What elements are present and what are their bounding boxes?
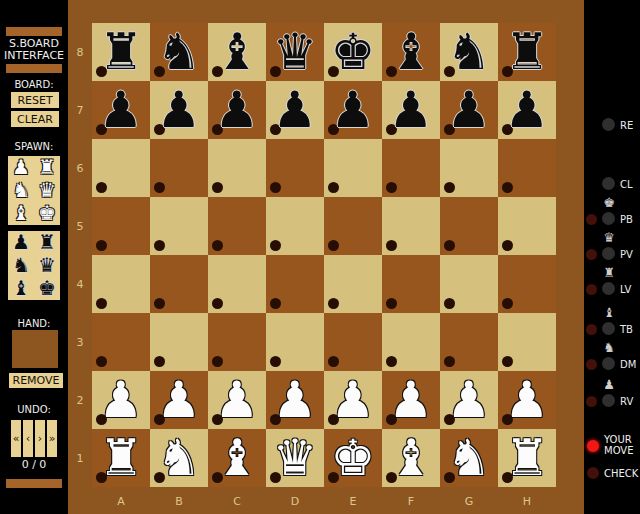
- undo-back-button[interactable]: ‹: [23, 420, 33, 457]
- square-dot: [502, 298, 513, 309]
- black-rook-icon: ♜: [38, 231, 56, 254]
- rank-label-3: 3: [68, 313, 92, 371]
- square-dot: [386, 356, 397, 367]
- your-move-label-line: YOUR: [604, 434, 633, 445]
- white-pawn[interactable]: ♟: [440, 371, 498, 429]
- spawn-black-knight[interactable]: ♞: [8, 254, 34, 277]
- spawn-black-pawn[interactable]: ♟: [8, 231, 34, 254]
- lv-button[interactable]: [602, 282, 615, 295]
- pb-button[interactable]: [602, 212, 615, 225]
- pv-label: PV: [620, 249, 633, 260]
- square-d2[interactable]: ♟: [266, 371, 324, 429]
- square-a6[interactable]: [92, 139, 150, 197]
- square-dot: [386, 298, 397, 309]
- spawn-white-bishop[interactable]: ♝: [8, 202, 34, 225]
- square-a2[interactable]: ♟: [92, 371, 150, 429]
- square-b7[interactable]: ♟: [150, 81, 208, 139]
- square-e8[interactable]: ♚: [324, 23, 382, 81]
- square-dot: [328, 182, 339, 193]
- square-d7[interactable]: ♟: [266, 81, 324, 139]
- square-b3[interactable]: [150, 313, 208, 371]
- rank-label-1: 1: [68, 429, 92, 487]
- re-label: RE: [620, 120, 633, 131]
- black-queen[interactable]: ♛: [266, 23, 324, 81]
- square-dot: [270, 182, 281, 193]
- your-move-led: [587, 440, 599, 452]
- square-dot: [444, 356, 455, 367]
- spawn-white-queen[interactable]: ♛: [34, 179, 60, 202]
- black-bishop[interactable]: ♝: [208, 23, 266, 81]
- square-d4[interactable]: [266, 255, 324, 313]
- white-king[interactable]: ♚: [324, 429, 382, 487]
- white-pawn[interactable]: ♟: [92, 371, 150, 429]
- black-bishop[interactable]: ♝: [382, 23, 440, 81]
- square-e6[interactable]: [324, 139, 382, 197]
- lv-led: [586, 284, 597, 295]
- square-dot: [270, 356, 281, 367]
- square-g6[interactable]: [440, 139, 498, 197]
- square-dot: [212, 298, 223, 309]
- pb-label: PB: [620, 214, 633, 225]
- black-pawn[interactable]: ♟: [324, 81, 382, 139]
- accent-bar-middle: [6, 64, 62, 73]
- square-d5[interactable]: [266, 197, 324, 255]
- app-title-line2: INTERFACE: [0, 49, 68, 62]
- pv-led: [586, 249, 597, 260]
- square-dot: [154, 240, 165, 251]
- spawn-white-rook[interactable]: ♜: [34, 156, 60, 179]
- square-dot: [444, 298, 455, 309]
- square-dot: [386, 182, 397, 193]
- black-pawn[interactable]: ♟: [92, 81, 150, 139]
- accent-bar-bottom: [6, 479, 62, 488]
- white-queen-icon: ♛: [38, 179, 56, 202]
- square-c6[interactable]: [208, 139, 266, 197]
- spawn-palette-white: ♟♜♞♛♝♚: [8, 156, 60, 225]
- black-pawn-icon: ♟: [12, 231, 30, 254]
- square-b8[interactable]: ♞: [150, 23, 208, 81]
- black-king[interactable]: ♚: [324, 23, 382, 81]
- square-h6[interactable]: [498, 139, 556, 197]
- rank-label-6: 6: [68, 139, 92, 197]
- undo-counter: 0 / 0: [0, 458, 68, 471]
- spawn-section-label: SPAWN:: [0, 141, 68, 152]
- square-d8[interactable]: ♛: [266, 23, 324, 81]
- square-dot: [328, 240, 339, 251]
- square-f2[interactable]: ♟: [382, 371, 440, 429]
- square-c3[interactable]: [208, 313, 266, 371]
- square-dot: [154, 182, 165, 193]
- reset-button[interactable]: RESET: [11, 92, 59, 108]
- square-dot: [96, 240, 107, 251]
- square-f8[interactable]: ♝: [382, 23, 440, 81]
- rank-label-7: 7: [68, 81, 92, 139]
- white-pawn[interactable]: ♟: [498, 371, 556, 429]
- square-a8[interactable]: ♜: [92, 23, 150, 81]
- spawn-black-queen[interactable]: ♛: [34, 254, 60, 277]
- pb-led: [586, 214, 597, 225]
- square-dot: [386, 240, 397, 251]
- white-queen[interactable]: ♛: [266, 429, 324, 487]
- black-bishop-icon: ♝: [12, 277, 30, 300]
- rank-label-4: 4: [68, 255, 92, 313]
- undo-last-button[interactable]: »: [47, 420, 57, 457]
- file-label-h: H: [498, 488, 556, 514]
- square-d6[interactable]: [266, 139, 324, 197]
- square-h8[interactable]: ♜: [498, 23, 556, 81]
- square-a4[interactable]: [92, 255, 150, 313]
- clear-button[interactable]: CLEAR: [11, 111, 59, 127]
- white-pawn[interactable]: ♟: [324, 371, 382, 429]
- hand-slot[interactable]: [12, 330, 58, 368]
- rank-label-2: 2: [68, 371, 92, 429]
- square-h7[interactable]: ♟: [498, 81, 556, 139]
- your-move-label-line: MOVE: [604, 445, 633, 456]
- square-c1[interactable]: ♝: [208, 429, 266, 487]
- square-e2[interactable]: ♟: [324, 371, 382, 429]
- square-b6[interactable]: [150, 139, 208, 197]
- undo-section-label: UNDO:: [0, 404, 68, 415]
- spawn-black-bishop[interactable]: ♝: [8, 277, 34, 300]
- board: ♜♞♝♛♚♝♞♜♟♟♟♟♟♟♟♟♟♟♟♟♟♟♟♟♜♞♝♛♚♝♞♜: [92, 23, 556, 487]
- square-h3[interactable]: [498, 313, 556, 371]
- rank-label-5: 5: [68, 197, 92, 255]
- pawn-icon: ♟: [600, 378, 618, 391]
- square-h4[interactable]: [498, 255, 556, 313]
- pv-button[interactable]: [602, 247, 615, 260]
- file-label-e: E: [324, 488, 382, 514]
- spawn-palette-black: ♟♜♞♛♝♚: [8, 231, 60, 300]
- square-dot: [154, 298, 165, 309]
- square-g5[interactable]: [440, 197, 498, 255]
- hand-section-label: HAND:: [0, 318, 68, 329]
- square-c2[interactable]: ♟: [208, 371, 266, 429]
- square-f6[interactable]: [382, 139, 440, 197]
- dm-button[interactable]: [602, 357, 615, 370]
- square-f7[interactable]: ♟: [382, 81, 440, 139]
- square-g8[interactable]: ♞: [440, 23, 498, 81]
- knight-icon: ♞: [600, 341, 618, 354]
- square-dot: [96, 182, 107, 193]
- tb-led: [586, 324, 597, 335]
- square-f4[interactable]: [382, 255, 440, 313]
- square-e4[interactable]: [324, 255, 382, 313]
- square-a7[interactable]: ♟: [92, 81, 150, 139]
- white-pawn[interactable]: ♟: [150, 371, 208, 429]
- square-dot: [502, 240, 513, 251]
- square-c8[interactable]: ♝: [208, 23, 266, 81]
- undo-forward-button[interactable]: ›: [35, 420, 45, 457]
- black-king-icon: ♚: [38, 277, 56, 300]
- file-label-a: A: [92, 488, 150, 514]
- spawn-black-rook[interactable]: ♜: [34, 231, 60, 254]
- white-knight[interactable]: ♞: [440, 429, 498, 487]
- square-dot: [96, 298, 107, 309]
- rank-label-8: 8: [68, 23, 92, 81]
- white-bishop[interactable]: ♝: [208, 429, 266, 487]
- square-dot: [328, 298, 339, 309]
- white-bishop-icon: ♝: [12, 202, 30, 225]
- square-h2[interactable]: ♟: [498, 371, 556, 429]
- square-g2[interactable]: ♟: [440, 371, 498, 429]
- white-knight[interactable]: ♞: [150, 429, 208, 487]
- white-king-icon: ♚: [38, 202, 56, 225]
- square-c5[interactable]: [208, 197, 266, 255]
- king-icon: ♚: [600, 196, 618, 209]
- white-rook-icon: ♜: [38, 156, 56, 179]
- square-e5[interactable]: [324, 197, 382, 255]
- black-queen-icon: ♛: [38, 254, 56, 277]
- black-rook[interactable]: ♜: [498, 23, 556, 81]
- remove-button[interactable]: REMOVE: [9, 373, 63, 388]
- square-a5[interactable]: [92, 197, 150, 255]
- spawn-white-king[interactable]: ♚: [34, 202, 60, 225]
- square-f1[interactable]: ♝: [382, 429, 440, 487]
- file-label-d: D: [266, 488, 324, 514]
- file-label-c: C: [208, 488, 266, 514]
- square-h1[interactable]: ♜: [498, 429, 556, 487]
- square-e3[interactable]: [324, 313, 382, 371]
- black-pawn[interactable]: ♟: [266, 81, 324, 139]
- white-pawn[interactable]: ♟: [208, 371, 266, 429]
- bishop-icon: ♝: [600, 306, 618, 319]
- square-b2[interactable]: ♟: [150, 371, 208, 429]
- black-knight-icon: ♞: [12, 254, 30, 277]
- rv-led: [586, 396, 597, 407]
- white-bishop[interactable]: ♝: [382, 429, 440, 487]
- square-dot: [212, 356, 223, 367]
- square-a1[interactable]: ♜: [92, 429, 150, 487]
- black-knight[interactable]: ♞: [440, 23, 498, 81]
- tb-label: TB: [620, 324, 633, 335]
- square-c7[interactable]: ♟: [208, 81, 266, 139]
- square-dot: [502, 182, 513, 193]
- square-dot: [96, 356, 107, 367]
- spawn-white-knight[interactable]: ♞: [8, 179, 34, 202]
- rook-icon: ♜: [600, 266, 618, 279]
- lv-label: LV: [620, 284, 631, 295]
- square-d3[interactable]: [266, 313, 324, 371]
- square-e1[interactable]: ♚: [324, 429, 382, 487]
- check-led: [587, 467, 599, 479]
- square-a3[interactable]: [92, 313, 150, 371]
- undo-first-button[interactable]: «: [11, 420, 21, 457]
- square-dot: [212, 182, 223, 193]
- cl-label: CL: [620, 179, 633, 190]
- black-pawn[interactable]: ♟: [440, 81, 498, 139]
- cl-button[interactable]: [602, 177, 615, 190]
- white-pawn-icon: ♟: [12, 156, 30, 179]
- square-e7[interactable]: ♟: [324, 81, 382, 139]
- spawn-black-king[interactable]: ♚: [34, 277, 60, 300]
- square-dot: [270, 240, 281, 251]
- black-rook[interactable]: ♜: [92, 23, 150, 81]
- sboard-interface-window: ♜♞♝♛♚♝♞♜♟♟♟♟♟♟♟♟♟♟♟♟♟♟♟♟♜♞♝♛♚♝♞♜ 8765432…: [0, 0, 640, 514]
- rv-label: RV: [620, 396, 633, 407]
- black-pawn[interactable]: ♟: [382, 81, 440, 139]
- square-c4[interactable]: [208, 255, 266, 313]
- dm-led: [586, 359, 597, 370]
- white-rook[interactable]: ♜: [92, 429, 150, 487]
- check-label: CHECK: [604, 468, 638, 479]
- square-b4[interactable]: [150, 255, 208, 313]
- file-label-b: B: [150, 488, 208, 514]
- square-dot: [328, 356, 339, 367]
- white-pawn[interactable]: ♟: [266, 371, 324, 429]
- black-pawn[interactable]: ♟: [498, 81, 556, 139]
- square-dot: [502, 356, 513, 367]
- square-dot: [270, 298, 281, 309]
- square-dot: [444, 240, 455, 251]
- black-knight[interactable]: ♞: [150, 23, 208, 81]
- white-knight-icon: ♞: [12, 179, 30, 202]
- black-pawn[interactable]: ♟: [150, 81, 208, 139]
- queen-icon: ♛: [600, 231, 618, 244]
- square-g1[interactable]: ♞: [440, 429, 498, 487]
- white-rook[interactable]: ♜: [498, 429, 556, 487]
- square-dot: [212, 240, 223, 251]
- square-f5[interactable]: [382, 197, 440, 255]
- white-pawn[interactable]: ♟: [382, 371, 440, 429]
- square-g7[interactable]: ♟: [440, 81, 498, 139]
- square-h5[interactable]: [498, 197, 556, 255]
- accent-bar-top: [6, 27, 62, 36]
- spawn-white-pawn[interactable]: ♟: [8, 156, 34, 179]
- rv-button[interactable]: [602, 394, 615, 407]
- square-g3[interactable]: [440, 313, 498, 371]
- square-b5[interactable]: [150, 197, 208, 255]
- dm-label: DM: [620, 359, 636, 370]
- black-pawn[interactable]: ♟: [208, 81, 266, 139]
- square-f3[interactable]: [382, 313, 440, 371]
- square-dot: [444, 182, 455, 193]
- square-g4[interactable]: [440, 255, 498, 313]
- re-button[interactable]: [602, 118, 615, 131]
- square-b1[interactable]: ♞: [150, 429, 208, 487]
- square-d1[interactable]: ♛: [266, 429, 324, 487]
- file-label-g: G: [440, 488, 498, 514]
- tb-button[interactable]: [602, 322, 615, 335]
- file-label-f: F: [382, 488, 440, 514]
- square-dot: [154, 356, 165, 367]
- your-move-label: YOURMOVE: [604, 434, 633, 456]
- board-section-label: BOARD:: [0, 79, 68, 90]
